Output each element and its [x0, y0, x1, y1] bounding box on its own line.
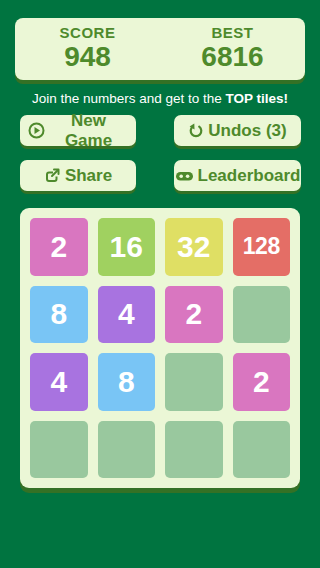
tagline: Join the numbers and get to the TOP tile…: [0, 91, 320, 106]
button-row-2: Share Leaderboard: [20, 160, 301, 191]
tile-2: 2: [30, 218, 88, 276]
tile-16: 16: [98, 218, 156, 276]
new-game-button[interactable]: New Game: [20, 115, 136, 146]
score-label: SCORE: [15, 25, 160, 41]
tile-4: 4: [30, 353, 88, 411]
new-game-label: New Game: [49, 111, 128, 151]
empty-cell: [30, 421, 88, 479]
undo-icon: [188, 123, 204, 139]
board-grid[interactable]: 21632128842482: [20, 208, 300, 488]
tagline-text: Join the numbers and get to the: [32, 91, 226, 106]
tagline-bold: TOP tiles!: [226, 91, 289, 106]
tile-2: 2: [233, 353, 291, 411]
score-value: 948: [15, 42, 160, 71]
empty-cell: [165, 353, 223, 411]
undos-label: Undos (3): [208, 121, 286, 141]
tile-32: 32: [165, 218, 223, 276]
app-screen: SCORE 948 BEST 6816 Join the numbers and…: [0, 18, 320, 568]
play-circle-icon: [28, 122, 45, 139]
leaderboard-button[interactable]: Leaderboard: [174, 160, 301, 191]
empty-cell: [165, 421, 223, 479]
best-value: 6816: [160, 42, 305, 71]
tile-8: 8: [98, 353, 156, 411]
tile-2: 2: [165, 286, 223, 344]
tile-8: 8: [30, 286, 88, 344]
tile-128: 128: [233, 218, 291, 276]
gamepad-icon: [175, 168, 194, 184]
score-block: SCORE 948: [15, 25, 160, 71]
empty-cell: [233, 421, 291, 479]
share-label: Share: [65, 166, 112, 186]
button-row-1: New Game Undos (3): [20, 115, 301, 146]
share-icon: [44, 167, 61, 184]
score-panel: SCORE 948 BEST 6816: [15, 18, 305, 80]
best-label: BEST: [160, 25, 305, 41]
tile-4: 4: [98, 286, 156, 344]
undos-button[interactable]: Undos (3): [174, 115, 301, 146]
empty-cell: [233, 286, 291, 344]
empty-cell: [98, 421, 156, 479]
leaderboard-label: Leaderboard: [198, 166, 301, 186]
share-button[interactable]: Share: [20, 160, 136, 191]
best-block: BEST 6816: [160, 25, 305, 71]
